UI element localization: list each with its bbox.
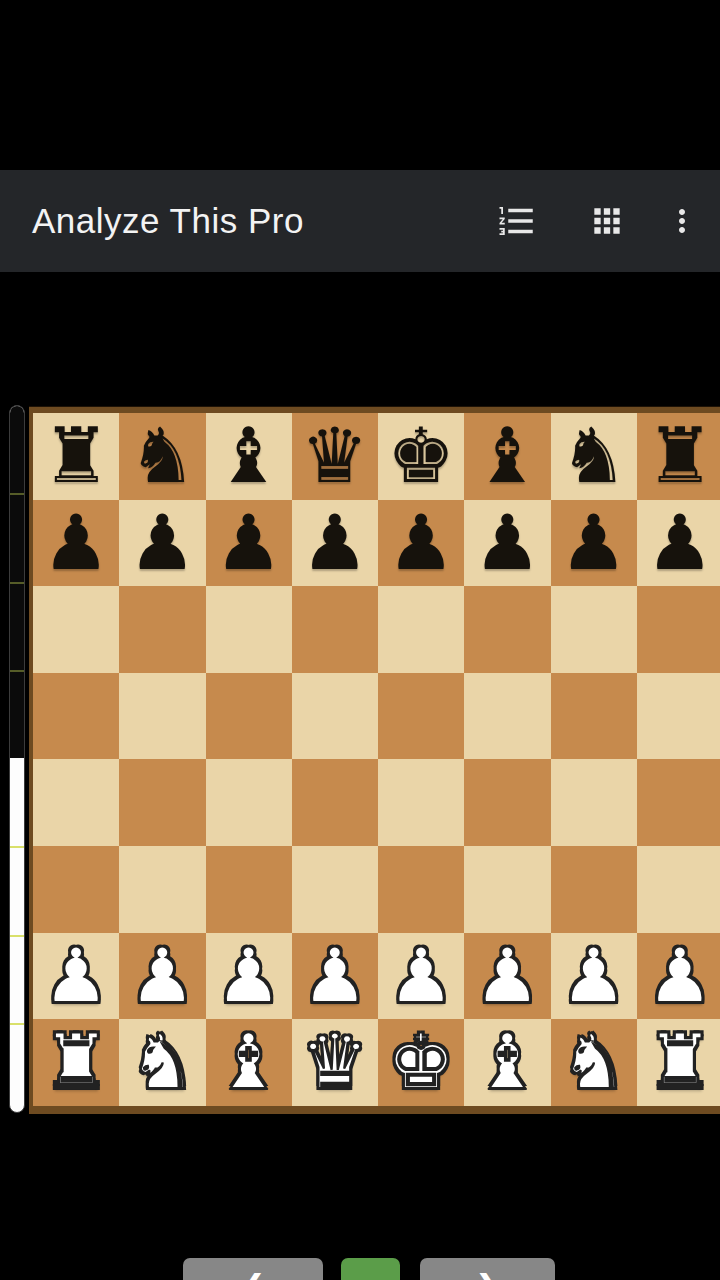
- square-d1[interactable]: ♛: [292, 1019, 378, 1106]
- white-knight[interactable]: ♞: [128, 1019, 196, 1105]
- header-actions: [472, 170, 712, 272]
- engine-play-button[interactable]: [341, 1258, 400, 1280]
- square-g2[interactable]: ♟: [551, 933, 637, 1020]
- square-b6[interactable]: [119, 586, 205, 673]
- square-g1[interactable]: ♞: [551, 1019, 637, 1106]
- square-h5[interactable]: [637, 673, 720, 760]
- square-g8[interactable]: ♞: [551, 413, 637, 500]
- square-c8[interactable]: ♝: [206, 413, 292, 500]
- square-h1[interactable]: ♜: [637, 1019, 720, 1106]
- black-pawn[interactable]: ♟: [473, 500, 541, 586]
- white-pawn[interactable]: ♟: [473, 933, 541, 1019]
- move-list-icon-svg: [496, 200, 538, 242]
- eval-bar-tick: [10, 1023, 24, 1025]
- white-pawn[interactable]: ♟: [128, 933, 196, 1019]
- square-g4[interactable]: [551, 759, 637, 846]
- square-a3[interactable]: [33, 846, 119, 933]
- black-bishop[interactable]: ♝: [215, 413, 283, 499]
- square-c4[interactable]: [206, 759, 292, 846]
- square-d8[interactable]: ♛: [292, 413, 378, 500]
- white-pawn[interactable]: ♟: [560, 933, 628, 1019]
- eval-bar-tick: [10, 493, 24, 495]
- square-f3[interactable]: [464, 846, 550, 933]
- overflow-menu-icon-svg: [664, 203, 700, 239]
- black-pawn[interactable]: ♟: [646, 500, 714, 586]
- square-c5[interactable]: [206, 673, 292, 760]
- eval-bar-tick: [10, 582, 24, 584]
- black-pawn[interactable]: ♟: [301, 500, 369, 586]
- eval-bar-tick: [10, 846, 24, 848]
- overflow-menu-icon[interactable]: [652, 170, 712, 272]
- white-king[interactable]: ♚: [387, 1019, 455, 1105]
- square-d5[interactable]: [292, 673, 378, 760]
- square-e2[interactable]: ♟: [378, 933, 464, 1020]
- black-bishop[interactable]: ♝: [473, 413, 541, 499]
- white-pawn[interactable]: ♟: [215, 933, 283, 1019]
- eval-bar-tick: [10, 670, 24, 672]
- black-rook[interactable]: ♜: [646, 413, 714, 499]
- next-move-button[interactable]: ❯: [420, 1258, 555, 1280]
- square-b1[interactable]: ♞: [119, 1019, 205, 1106]
- square-h4[interactable]: [637, 759, 720, 846]
- black-rook[interactable]: ♜: [42, 413, 110, 499]
- black-knight[interactable]: ♞: [128, 413, 196, 499]
- square-c7[interactable]: ♟: [206, 500, 292, 587]
- square-e5[interactable]: [378, 673, 464, 760]
- white-bishop[interactable]: ♝: [215, 1019, 283, 1105]
- black-king[interactable]: ♚: [387, 413, 455, 499]
- square-a7[interactable]: ♟: [33, 500, 119, 587]
- square-d3[interactable]: [292, 846, 378, 933]
- white-pawn[interactable]: ♟: [301, 933, 369, 1019]
- square-a6[interactable]: [33, 586, 119, 673]
- app-header: Analyze This Pro: [0, 170, 720, 272]
- black-pawn[interactable]: ♟: [42, 500, 110, 586]
- square-g7[interactable]: ♟: [551, 500, 637, 587]
- square-b4[interactable]: [119, 759, 205, 846]
- square-f8[interactable]: ♝: [464, 413, 550, 500]
- white-knight[interactable]: ♞: [560, 1019, 628, 1105]
- square-e4[interactable]: [378, 759, 464, 846]
- square-h7[interactable]: ♟: [637, 500, 720, 587]
- white-queen[interactable]: ♛: [301, 1019, 369, 1105]
- previous-move-button[interactable]: ❮: [183, 1258, 323, 1280]
- white-rook[interactable]: ♜: [646, 1019, 714, 1105]
- move-list-icon[interactable]: [472, 170, 562, 272]
- black-knight[interactable]: ♞: [560, 413, 628, 499]
- black-pawn[interactable]: ♟: [215, 500, 283, 586]
- eval-bar-tick: [10, 935, 24, 937]
- black-pawn[interactable]: ♟: [128, 500, 196, 586]
- square-a1[interactable]: ♜: [33, 1019, 119, 1106]
- square-b8[interactable]: ♞: [119, 413, 205, 500]
- square-c1[interactable]: ♝: [206, 1019, 292, 1106]
- grid-menu-icon-svg: [588, 202, 626, 240]
- square-a2[interactable]: ♟: [33, 933, 119, 1020]
- square-a8[interactable]: ♜: [33, 413, 119, 500]
- square-b5[interactable]: [119, 673, 205, 760]
- status-bar-area: [0, 0, 720, 170]
- square-d7[interactable]: ♟: [292, 500, 378, 587]
- square-c2[interactable]: ♟: [206, 933, 292, 1020]
- square-f7[interactable]: ♟: [464, 500, 550, 587]
- black-pawn[interactable]: ♟: [560, 500, 628, 586]
- square-b3[interactable]: [119, 846, 205, 933]
- square-g5[interactable]: [551, 673, 637, 760]
- square-h8[interactable]: ♜: [637, 413, 720, 500]
- white-bishop[interactable]: ♝: [473, 1019, 541, 1105]
- chevron-right-icon: ❯: [475, 1268, 500, 1280]
- black-pawn[interactable]: ♟: [387, 500, 455, 586]
- square-d6[interactable]: [292, 586, 378, 673]
- square-b2[interactable]: ♟: [119, 933, 205, 1020]
- square-c6[interactable]: [206, 586, 292, 673]
- square-f2[interactable]: ♟: [464, 933, 550, 1020]
- square-e3[interactable]: [378, 846, 464, 933]
- square-e8[interactable]: ♚: [378, 413, 464, 500]
- square-e1[interactable]: ♚: [378, 1019, 464, 1106]
- white-pawn[interactable]: ♟: [387, 933, 455, 1019]
- evaluation-bar: [9, 405, 25, 1113]
- square-h6[interactable]: [637, 586, 720, 673]
- square-g3[interactable]: [551, 846, 637, 933]
- square-d4[interactable]: [292, 759, 378, 846]
- chevron-left-icon: ❮: [240, 1268, 265, 1280]
- square-a4[interactable]: [33, 759, 119, 846]
- board-frame: ♜♞♝♛♚♝♞♜♟♟♟♟♟♟♟♟♟♟♟♟♟♟♟♟♜♞♝♛♚♝♞♜: [29, 406, 720, 1114]
- chess-board[interactable]: ♜♞♝♛♚♝♞♜♟♟♟♟♟♟♟♟♟♟♟♟♟♟♟♟♜♞♝♛♚♝♞♜: [33, 413, 720, 1106]
- square-d2[interactable]: ♟: [292, 933, 378, 1020]
- square-f6[interactable]: [464, 586, 550, 673]
- square-b7[interactable]: ♟: [119, 500, 205, 587]
- white-rook[interactable]: ♜: [42, 1019, 110, 1105]
- square-h2[interactable]: ♟: [637, 933, 720, 1020]
- square-e7[interactable]: ♟: [378, 500, 464, 587]
- square-f4[interactable]: [464, 759, 550, 846]
- square-c3[interactable]: [206, 846, 292, 933]
- square-f1[interactable]: ♝: [464, 1019, 550, 1106]
- black-queen[interactable]: ♛: [301, 413, 369, 499]
- square-f5[interactable]: [464, 673, 550, 760]
- square-e6[interactable]: [378, 586, 464, 673]
- page-title: Analyze This Pro: [32, 201, 304, 241]
- square-h3[interactable]: [637, 846, 720, 933]
- square-g6[interactable]: [551, 586, 637, 673]
- white-pawn[interactable]: ♟: [646, 933, 714, 1019]
- square-a5[interactable]: [33, 673, 119, 760]
- white-pawn[interactable]: ♟: [42, 933, 110, 1019]
- grid-menu-icon[interactable]: [562, 170, 652, 272]
